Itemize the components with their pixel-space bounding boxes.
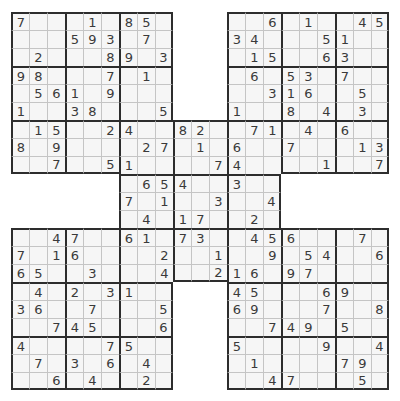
cell-r5c18[interactable] [335, 102, 353, 120]
cell-r16c16[interactable] [299, 300, 317, 318]
given-cell-r20c14: 4 [263, 372, 281, 390]
given-cell-r12c7: 1 [137, 228, 155, 246]
given-cell-r11c7: 4 [137, 210, 155, 228]
given-cell-r16c4: 7 [83, 300, 101, 318]
cell-r6c19[interactable] [353, 120, 371, 138]
cell-r16c3[interactable] [65, 300, 83, 318]
cell-r0c2[interactable] [47, 12, 65, 30]
cell-r20c3[interactable] [65, 372, 83, 390]
cell-r8c14[interactable] [263, 156, 281, 174]
cell-r2c16[interactable] [299, 48, 317, 66]
given-cell-r15c5: 3 [101, 282, 119, 300]
given-cell-r12c9: 7 [173, 228, 191, 246]
cell-r8c1[interactable] [29, 156, 47, 174]
cell-r4c6[interactable] [119, 84, 137, 102]
cell-r19c4[interactable] [83, 354, 101, 372]
given-cell-r12c3: 7 [65, 228, 83, 246]
cell-r18c19[interactable] [353, 336, 371, 354]
cell-r8c3[interactable] [65, 156, 83, 174]
cell-r0c5[interactable] [101, 12, 119, 30]
given-cell-r0c19: 4 [353, 12, 371, 30]
cell-r5c6[interactable] [119, 102, 137, 120]
cell-r0c17[interactable] [317, 12, 335, 30]
given-cell-r0c6: 8 [119, 12, 137, 30]
given-cell-r6c5: 2 [101, 120, 119, 138]
given-cell-r16c0: 3 [11, 300, 29, 318]
cell-r14c2[interactable] [47, 264, 65, 282]
given-cell-r1c5: 3 [101, 30, 119, 48]
cell-r13c9[interactable] [173, 246, 191, 264]
cell-r7c1[interactable] [29, 138, 47, 156]
cell-r9c11[interactable] [209, 174, 227, 192]
cell-r5c16[interactable] [299, 102, 317, 120]
cell-r12c18[interactable] [335, 228, 353, 246]
cell-r17c17[interactable] [317, 318, 335, 336]
cell-r13c5[interactable] [101, 246, 119, 264]
cell-r6c0[interactable] [11, 120, 29, 138]
cell-r15c4[interactable] [83, 282, 101, 300]
cell-r12c0[interactable] [11, 228, 29, 246]
given-cell-r14c8: 4 [155, 264, 173, 282]
given-cell-r12c14: 5 [263, 228, 281, 246]
cell-r18c18[interactable] [335, 336, 353, 354]
cell-r4c17[interactable] [317, 84, 335, 102]
cell-r4c7[interactable] [137, 84, 155, 102]
given-cell-r16c17: 7 [317, 300, 335, 318]
given-cell-r6c13: 7 [245, 120, 263, 138]
given-cell-r18c0: 4 [11, 336, 29, 354]
cell-r20c0[interactable] [11, 372, 29, 390]
cell-r5c7[interactable] [137, 102, 155, 120]
cell-r19c17[interactable] [317, 354, 335, 372]
cell-r19c8[interactable] [155, 354, 173, 372]
cell-r15c7[interactable] [137, 282, 155, 300]
cell-r17c20[interactable] [371, 318, 389, 336]
cell-r17c5[interactable] [101, 318, 119, 336]
cell-r3c12[interactable] [227, 66, 245, 84]
cell-r3c4[interactable] [83, 66, 101, 84]
cell-r17c19[interactable] [353, 318, 371, 336]
given-cell-r14c12: 1 [227, 264, 245, 282]
given-cell-r13c3: 6 [65, 246, 83, 264]
given-cell-r17c18: 5 [335, 318, 353, 336]
cell-r8c0[interactable] [11, 156, 29, 174]
cell-r3c6[interactable] [119, 66, 137, 84]
given-cell-r19c3: 3 [65, 354, 83, 372]
given-cell-r15c13: 5 [245, 282, 263, 300]
cell-r8c8[interactable] [155, 156, 173, 174]
cell-r19c20[interactable] [371, 354, 389, 372]
cell-r13c7[interactable] [137, 246, 155, 264]
cell-r7c4[interactable] [83, 138, 101, 156]
cell-r11c8[interactable] [155, 210, 173, 228]
given-cell-r16c13: 9 [245, 300, 263, 318]
given-cell-r7c7: 2 [137, 138, 155, 156]
cell-r18c2[interactable] [47, 336, 65, 354]
cell-r7c13[interactable] [245, 138, 263, 156]
given-cell-r7c10: 1 [191, 138, 209, 156]
cell-r2c2[interactable] [47, 48, 65, 66]
cell-r5c5[interactable] [101, 102, 119, 120]
given-cell-r6c14: 1 [263, 120, 281, 138]
given-cell-r9c12: 3 [227, 174, 245, 192]
cell-r14c18[interactable] [335, 264, 353, 282]
given-cell-r17c4: 5 [83, 318, 101, 336]
cell-r15c16[interactable] [299, 282, 317, 300]
cell-r11c14[interactable] [263, 210, 281, 228]
cell-r11c6[interactable] [119, 210, 137, 228]
cell-r15c14[interactable] [263, 282, 281, 300]
cell-r0c12[interactable] [227, 12, 245, 30]
cell-r12c11[interactable] [209, 228, 227, 246]
cell-r12c20[interactable] [371, 228, 389, 246]
cell-r20c12[interactable] [227, 372, 245, 390]
cell-r2c15[interactable] [281, 48, 299, 66]
cell-r20c17[interactable] [317, 372, 335, 390]
cell-r0c15[interactable] [281, 12, 299, 30]
given-cell-r11c13: 2 [245, 210, 263, 228]
cell-r18c4[interactable] [83, 336, 101, 354]
given-cell-r20c2: 6 [47, 372, 65, 390]
cell-r19c0[interactable] [11, 354, 29, 372]
cell-r4c18[interactable] [335, 84, 353, 102]
given-cell-r2c18: 3 [335, 48, 353, 66]
given-cell-r5c0: 1 [11, 102, 29, 120]
cell-r16c2[interactable] [47, 300, 65, 318]
cell-r1c19[interactable] [353, 30, 371, 48]
cell-r15c8[interactable] [155, 282, 173, 300]
cell-r1c14[interactable] [263, 30, 281, 48]
cell-r1c20[interactable] [371, 30, 389, 48]
cell-r14c17[interactable] [317, 264, 335, 282]
cell-r5c14[interactable] [263, 102, 281, 120]
given-cell-r11c10: 7 [191, 210, 209, 228]
given-cell-r13c20: 6 [371, 246, 389, 264]
cell-r11c11[interactable] [209, 210, 227, 228]
cell-r8c7[interactable] [137, 156, 155, 174]
given-cell-r0c7: 5 [137, 12, 155, 30]
cell-r14c19[interactable] [353, 264, 371, 282]
cell-r18c3[interactable] [65, 336, 83, 354]
cell-r13c1[interactable] [29, 246, 47, 264]
cell-r18c7[interactable] [137, 336, 155, 354]
cell-r10c10[interactable] [191, 192, 209, 210]
given-cell-r3c15: 5 [281, 66, 299, 84]
given-cell-r16c1: 6 [29, 300, 47, 318]
given-cell-r19c1: 7 [29, 354, 47, 372]
cell-r7c6[interactable] [119, 138, 137, 156]
cell-r13c18[interactable] [335, 246, 353, 264]
given-cell-r15c18: 9 [335, 282, 353, 300]
cell-r3c14[interactable] [263, 66, 281, 84]
cell-r16c19[interactable] [353, 300, 371, 318]
cell-r17c6[interactable] [119, 318, 137, 336]
cell-r13c12[interactable] [227, 246, 245, 264]
given-cell-r12c13: 4 [245, 228, 263, 246]
given-cell-r5c15: 8 [281, 102, 299, 120]
given-cell-r3c1: 8 [29, 66, 47, 84]
given-cell-r5c4: 8 [83, 102, 101, 120]
cell-r17c0[interactable] [11, 318, 29, 336]
cell-r14c9[interactable] [173, 264, 191, 282]
cell-r7c3[interactable] [65, 138, 83, 156]
cell-r7c5[interactable] [101, 138, 119, 156]
cell-r6c20[interactable] [371, 120, 389, 138]
given-cell-r2c5: 8 [101, 48, 119, 66]
cell-r3c2[interactable] [47, 66, 65, 84]
cell-r15c19[interactable] [353, 282, 371, 300]
given-cell-r19c18: 7 [335, 354, 353, 372]
cell-r2c7[interactable] [137, 48, 155, 66]
cell-r7c14[interactable] [263, 138, 281, 156]
cell-r1c15[interactable] [281, 30, 299, 48]
given-cell-r2c8: 3 [155, 48, 173, 66]
cell-r12c5[interactable] [101, 228, 119, 246]
cell-r0c13[interactable] [245, 12, 263, 30]
given-cell-r8c5: 5 [101, 156, 119, 174]
cell-r2c20[interactable] [371, 48, 389, 66]
cell-r1c8[interactable] [155, 30, 173, 48]
cell-r4c20[interactable] [371, 84, 389, 102]
given-cell-r13c0: 7 [11, 246, 29, 264]
cell-r1c6[interactable] [119, 30, 137, 48]
cell-r8c18[interactable] [335, 156, 353, 174]
cell-r10c13[interactable] [245, 192, 263, 210]
cell-r6c11[interactable] [209, 120, 227, 138]
cell-r12c16[interactable] [299, 228, 317, 246]
given-cell-r9c7: 6 [137, 174, 155, 192]
cell-r7c11[interactable] [209, 138, 227, 156]
cell-r20c5[interactable] [101, 372, 119, 390]
cell-r6c12[interactable] [227, 120, 245, 138]
cell-r16c5[interactable] [101, 300, 119, 318]
cell-r14c20[interactable] [371, 264, 389, 282]
given-cell-r9c9: 4 [173, 174, 191, 192]
cell-r18c1[interactable] [29, 336, 47, 354]
cell-r18c16[interactable] [299, 336, 317, 354]
cell-r14c7[interactable] [137, 264, 155, 282]
cell-r2c3[interactable] [65, 48, 83, 66]
given-cell-r14c15: 9 [281, 264, 299, 282]
given-cell-r4c5: 9 [101, 84, 119, 102]
cell-r12c4[interactable] [83, 228, 101, 246]
given-cell-r18c12: 5 [227, 336, 245, 354]
given-cell-r17c3: 4 [65, 318, 83, 336]
cell-r15c20[interactable] [371, 282, 389, 300]
cell-r7c17[interactable] [317, 138, 335, 156]
cell-r7c16[interactable] [299, 138, 317, 156]
cell-r4c8[interactable] [155, 84, 173, 102]
cell-r17c1[interactable] [29, 318, 47, 336]
cell-r5c20[interactable] [371, 102, 389, 120]
given-cell-r0c16: 1 [299, 12, 317, 30]
given-cell-r13c2: 1 [47, 246, 65, 264]
given-cell-r15c6: 1 [119, 282, 137, 300]
cell-r17c12[interactable] [227, 318, 245, 336]
cell-r14c5[interactable] [101, 264, 119, 282]
cell-r3c17[interactable] [317, 66, 335, 84]
cell-r15c0[interactable] [11, 282, 29, 300]
cell-r2c4[interactable] [83, 48, 101, 66]
cell-r13c13[interactable] [245, 246, 263, 264]
cell-r11c12[interactable] [227, 210, 245, 228]
cell-r13c19[interactable] [353, 246, 371, 264]
given-cell-r20c7: 2 [137, 372, 155, 390]
cell-r8c19[interactable] [353, 156, 371, 174]
cell-r14c14[interactable] [263, 264, 281, 282]
given-cell-r12c6: 6 [119, 228, 137, 246]
cell-r6c17[interactable] [317, 120, 335, 138]
cell-r14c6[interactable] [119, 264, 137, 282]
cell-r19c12[interactable] [227, 354, 245, 372]
cell-r19c14[interactable] [263, 354, 281, 372]
given-cell-r18c20: 4 [371, 336, 389, 354]
cell-r18c8[interactable] [155, 336, 173, 354]
cell-r8c13[interactable] [245, 156, 263, 174]
given-cell-r13c8: 2 [155, 246, 173, 264]
cell-r8c16[interactable] [299, 156, 317, 174]
given-cell-r1c4: 9 [83, 30, 101, 48]
cell-r13c15[interactable] [281, 246, 299, 264]
cell-r8c9[interactable] [173, 156, 191, 174]
cell-r4c0[interactable] [11, 84, 29, 102]
cell-r3c8[interactable] [155, 66, 173, 84]
given-cell-r16c8: 5 [155, 300, 173, 318]
cell-r6c8[interactable] [155, 120, 173, 138]
cell-r0c18[interactable] [335, 12, 353, 30]
cell-r19c2[interactable] [47, 354, 65, 372]
given-cell-r14c1: 5 [29, 264, 47, 282]
cell-r6c15[interactable] [281, 120, 299, 138]
cell-r1c1[interactable] [29, 30, 47, 48]
given-cell-r8c2: 7 [47, 156, 65, 174]
given-cell-r0c0: 7 [11, 12, 29, 30]
cell-r7c9[interactable] [173, 138, 191, 156]
cell-r12c1[interactable] [29, 228, 47, 246]
cell-r19c15[interactable] [281, 354, 299, 372]
cell-r20c18[interactable] [335, 372, 353, 390]
cell-r1c0[interactable] [11, 30, 29, 48]
cell-r9c6[interactable] [119, 174, 137, 192]
cell-r15c2[interactable] [47, 282, 65, 300]
given-cell-r19c5: 6 [101, 354, 119, 372]
cell-r18c15[interactable] [281, 336, 299, 354]
cell-r19c6[interactable] [119, 354, 137, 372]
given-cell-r6c6: 4 [119, 120, 137, 138]
given-cell-r20c19: 5 [353, 372, 371, 390]
cell-r6c7[interactable] [137, 120, 155, 138]
cell-r5c2[interactable] [47, 102, 65, 120]
given-cell-r7c15: 7 [281, 138, 299, 156]
cell-r7c18[interactable] [335, 138, 353, 156]
cell-r8c15[interactable] [281, 156, 299, 174]
given-cell-r6c16: 4 [299, 120, 317, 138]
given-cell-r0c20: 5 [371, 12, 389, 30]
cell-r17c13[interactable] [245, 318, 263, 336]
given-cell-r7c2: 9 [47, 138, 65, 156]
cell-r12c8[interactable] [155, 228, 173, 246]
cell-r1c2[interactable] [47, 30, 65, 48]
cell-r16c18[interactable] [335, 300, 353, 318]
cell-r6c3[interactable] [65, 120, 83, 138]
given-cell-r7c12: 6 [227, 138, 245, 156]
given-cell-r7c0: 8 [11, 138, 29, 156]
cell-r18c14[interactable] [263, 336, 281, 354]
cell-r15c15[interactable] [281, 282, 299, 300]
cell-r4c13[interactable] [245, 84, 263, 102]
cell-r16c6[interactable] [119, 300, 137, 318]
cell-r16c15[interactable] [281, 300, 299, 318]
cell-r4c12[interactable] [227, 84, 245, 102]
cell-r20c6[interactable] [119, 372, 137, 390]
given-cell-r16c12: 6 [227, 300, 245, 318]
cell-r9c14[interactable] [263, 174, 281, 192]
cell-r0c3[interactable] [65, 12, 83, 30]
cell-r20c20[interactable] [371, 372, 389, 390]
cell-r0c1[interactable] [29, 12, 47, 30]
cell-r19c16[interactable] [299, 354, 317, 372]
cell-r0c8[interactable] [155, 12, 173, 30]
given-cell-r13c17: 4 [317, 246, 335, 264]
given-cell-r1c18: 1 [335, 30, 353, 48]
cell-r8c4[interactable] [83, 156, 101, 174]
cell-r13c10[interactable] [191, 246, 209, 264]
given-cell-r4c3: 1 [65, 84, 83, 102]
given-cell-r1c13: 4 [245, 30, 263, 48]
cell-r16c7[interactable] [137, 300, 155, 318]
cell-r9c10[interactable] [191, 174, 209, 192]
cell-r6c4[interactable] [83, 120, 101, 138]
given-cell-r5c3: 3 [65, 102, 83, 120]
cell-r17c7[interactable] [137, 318, 155, 336]
given-cell-r6c2: 5 [47, 120, 65, 138]
cell-r10c9[interactable] [173, 192, 191, 210]
given-cell-r6c9: 8 [173, 120, 191, 138]
cell-r9c13[interactable] [245, 174, 263, 192]
cell-r3c19[interactable] [353, 66, 371, 84]
cell-r2c0[interactable] [11, 48, 29, 66]
cell-r14c3[interactable] [65, 264, 83, 282]
given-cell-r13c16: 5 [299, 246, 317, 264]
cell-r4c4[interactable] [83, 84, 101, 102]
given-cell-r7c19: 1 [353, 138, 371, 156]
cell-r20c8[interactable] [155, 372, 173, 390]
cell-r1c16[interactable] [299, 30, 317, 48]
cell-r10c7[interactable] [137, 192, 155, 210]
cell-r14c10[interactable] [191, 264, 209, 282]
cell-r18c13[interactable] [245, 336, 263, 354]
cell-r5c1[interactable] [29, 102, 47, 120]
cell-r10c12[interactable] [227, 192, 245, 210]
cell-r8c10[interactable] [191, 156, 209, 174]
cell-r12c17[interactable] [317, 228, 335, 246]
given-cell-r19c19: 9 [353, 354, 371, 372]
cell-r2c12[interactable] [227, 48, 245, 66]
cell-r2c19[interactable] [353, 48, 371, 66]
cell-r20c13[interactable] [245, 372, 263, 390]
cell-r3c20[interactable] [371, 66, 389, 84]
given-cell-r0c14: 6 [263, 12, 281, 30]
cell-r12c12[interactable] [227, 228, 245, 246]
cell-r20c16[interactable] [299, 372, 317, 390]
cell-r13c4[interactable] [83, 246, 101, 264]
cell-r5c13[interactable] [245, 102, 263, 120]
given-cell-r17c8: 6 [155, 318, 173, 336]
cell-r16c14[interactable] [263, 300, 281, 318]
cell-r20c1[interactable] [29, 372, 47, 390]
cell-r3c3[interactable] [65, 66, 83, 84]
cell-r13c6[interactable] [119, 246, 137, 264]
